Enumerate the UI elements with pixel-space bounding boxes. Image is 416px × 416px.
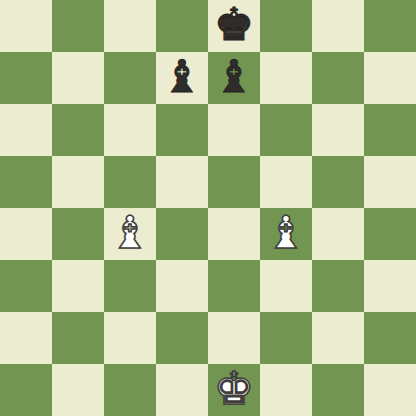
- square-d2[interactable]: [156, 312, 208, 364]
- square-e8[interactable]: ♚: [208, 0, 260, 52]
- square-c1[interactable]: [104, 364, 156, 416]
- piece-black-bishop[interactable]: ♝: [162, 51, 202, 103]
- square-b1[interactable]: [52, 364, 104, 416]
- square-h6[interactable]: [364, 104, 416, 156]
- piece-white-king[interactable]: ♚: [214, 363, 254, 415]
- square-h5[interactable]: [364, 156, 416, 208]
- square-f6[interactable]: [260, 104, 312, 156]
- square-g8[interactable]: [312, 0, 364, 52]
- square-e6[interactable]: [208, 104, 260, 156]
- square-e7[interactable]: ♝: [208, 52, 260, 104]
- square-g6[interactable]: [312, 104, 364, 156]
- square-g1[interactable]: [312, 364, 364, 416]
- square-f3[interactable]: [260, 260, 312, 312]
- square-b8[interactable]: [52, 0, 104, 52]
- square-a1[interactable]: [0, 364, 52, 416]
- square-d7[interactable]: ♝: [156, 52, 208, 104]
- square-f4[interactable]: ♝: [260, 208, 312, 260]
- square-c2[interactable]: [104, 312, 156, 364]
- square-b6[interactable]: [52, 104, 104, 156]
- square-a7[interactable]: [0, 52, 52, 104]
- square-g7[interactable]: [312, 52, 364, 104]
- square-a6[interactable]: [0, 104, 52, 156]
- square-e1[interactable]: ♚: [208, 364, 260, 416]
- square-b5[interactable]: [52, 156, 104, 208]
- square-a5[interactable]: [0, 156, 52, 208]
- piece-white-bishop[interactable]: ♝: [266, 207, 306, 259]
- piece-black-king[interactable]: ♚: [214, 0, 254, 51]
- square-f1[interactable]: [260, 364, 312, 416]
- square-h2[interactable]: [364, 312, 416, 364]
- square-g5[interactable]: [312, 156, 364, 208]
- square-c8[interactable]: [104, 0, 156, 52]
- square-d6[interactable]: [156, 104, 208, 156]
- square-d4[interactable]: [156, 208, 208, 260]
- square-b3[interactable]: [52, 260, 104, 312]
- square-c6[interactable]: [104, 104, 156, 156]
- square-d1[interactable]: [156, 364, 208, 416]
- square-e5[interactable]: [208, 156, 260, 208]
- square-g3[interactable]: [312, 260, 364, 312]
- square-e3[interactable]: [208, 260, 260, 312]
- square-b2[interactable]: [52, 312, 104, 364]
- square-h8[interactable]: [364, 0, 416, 52]
- square-f8[interactable]: [260, 0, 312, 52]
- square-g2[interactable]: [312, 312, 364, 364]
- square-g4[interactable]: [312, 208, 364, 260]
- square-d5[interactable]: [156, 156, 208, 208]
- square-c5[interactable]: [104, 156, 156, 208]
- square-b7[interactable]: [52, 52, 104, 104]
- piece-black-bishop[interactable]: ♝: [214, 51, 254, 103]
- piece-white-bishop[interactable]: ♝: [110, 207, 150, 259]
- square-a8[interactable]: [0, 0, 52, 52]
- square-f5[interactable]: [260, 156, 312, 208]
- square-a3[interactable]: [0, 260, 52, 312]
- square-h7[interactable]: [364, 52, 416, 104]
- square-a4[interactable]: [0, 208, 52, 260]
- square-h4[interactable]: [364, 208, 416, 260]
- square-c3[interactable]: [104, 260, 156, 312]
- square-f7[interactable]: [260, 52, 312, 104]
- square-b4[interactable]: [52, 208, 104, 260]
- square-f2[interactable]: [260, 312, 312, 364]
- square-d3[interactable]: [156, 260, 208, 312]
- square-e2[interactable]: [208, 312, 260, 364]
- square-h3[interactable]: [364, 260, 416, 312]
- square-a2[interactable]: [0, 312, 52, 364]
- square-e4[interactable]: [208, 208, 260, 260]
- square-c4[interactable]: ♝: [104, 208, 156, 260]
- square-h1[interactable]: [364, 364, 416, 416]
- square-d8[interactable]: [156, 0, 208, 52]
- square-c7[interactable]: [104, 52, 156, 104]
- chess-board: ♚♝♝♝♝♚: [0, 0, 416, 416]
- chess-board-container: ♚♝♝♝♝♚: [0, 0, 416, 416]
